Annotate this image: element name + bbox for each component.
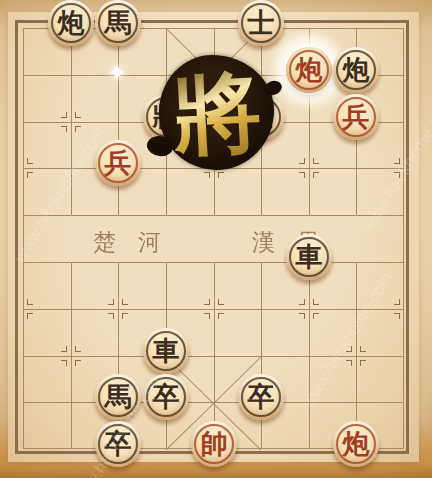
point-marker	[299, 172, 305, 178]
piece-character: 馬	[105, 9, 132, 36]
point-marker	[75, 126, 81, 132]
piece-black-soldier[interactable]: 卒	[95, 421, 141, 467]
piece-character: 卒	[248, 383, 275, 410]
piece-black-chariot[interactable]: 車	[286, 234, 332, 280]
point-marker	[75, 112, 81, 118]
point-marker	[61, 112, 67, 118]
piece-black-cannon[interactable]: 炮	[333, 47, 379, 93]
point-marker	[204, 299, 210, 305]
point-marker	[122, 299, 128, 305]
point-marker	[108, 313, 114, 319]
point-marker	[27, 299, 33, 305]
point-marker	[299, 313, 305, 319]
sparkle-effect: ✦	[107, 61, 127, 85]
piece-character: 兵	[105, 149, 132, 176]
point-marker	[394, 158, 400, 164]
point-marker	[394, 299, 400, 305]
piece-character: 兵	[343, 103, 370, 130]
piece-black-cannon[interactable]: 炮	[48, 0, 94, 46]
check-banner-character: 將	[170, 66, 262, 158]
point-marker	[313, 313, 319, 319]
point-marker	[204, 172, 210, 178]
point-marker	[313, 172, 319, 178]
point-marker	[75, 346, 81, 352]
board-cell	[23, 402, 71, 449]
piece-character: 車	[296, 243, 323, 270]
piece-character: 車	[153, 337, 180, 364]
point-marker	[61, 360, 67, 366]
piece-character: 馬	[105, 383, 132, 410]
piece-character: 士	[248, 9, 275, 36]
piece-red-soldier[interactable]: 兵	[95, 140, 141, 186]
piece-black-advisor[interactable]: 士	[238, 0, 284, 46]
point-marker	[299, 158, 305, 164]
piece-red-cannon[interactable]: 炮	[286, 47, 332, 93]
point-marker	[27, 158, 33, 164]
point-marker	[299, 299, 305, 305]
point-marker	[346, 360, 352, 366]
piece-black-chariot[interactable]: 車	[143, 328, 189, 374]
piece-black-soldier[interactable]: 卒	[238, 374, 284, 420]
point-marker	[394, 172, 400, 178]
point-marker	[218, 299, 224, 305]
point-marker	[75, 360, 81, 366]
point-marker	[218, 172, 224, 178]
point-marker	[346, 346, 352, 352]
check-banner-ink-stamp: 將	[159, 55, 274, 170]
piece-character: 卒	[105, 430, 132, 457]
piece-character: 炮	[343, 430, 370, 457]
point-marker	[27, 172, 33, 178]
point-marker	[61, 346, 67, 352]
xiangqi-game-screen: 楚河 漢界 炮馬士炮炮將士兵兵車車馬卒卒卒帥炮 將 ✦ www.hackhome…	[0, 0, 432, 478]
point-marker	[313, 158, 319, 164]
point-marker	[61, 126, 67, 132]
piece-black-horse[interactable]: 馬	[95, 374, 141, 420]
point-marker	[27, 313, 33, 319]
piece-black-soldier[interactable]: 卒	[143, 374, 189, 420]
piece-character: 炮	[296, 56, 323, 83]
point-marker	[313, 299, 319, 305]
piece-black-horse[interactable]: 馬	[95, 0, 141, 46]
point-marker	[204, 313, 210, 319]
board-cell	[356, 215, 404, 262]
piece-character: 帥	[201, 430, 228, 457]
river-label-left: 楚河	[93, 227, 183, 258]
point-marker	[360, 346, 366, 352]
piece-red-soldier[interactable]: 兵	[333, 94, 379, 140]
piece-red-king[interactable]: 帥	[191, 421, 237, 467]
point-marker	[122, 313, 128, 319]
point-marker	[108, 299, 114, 305]
point-marker	[394, 313, 400, 319]
point-marker	[360, 360, 366, 366]
piece-character: 炮	[58, 9, 85, 36]
point-marker	[218, 313, 224, 319]
piece-red-cannon[interactable]: 炮	[333, 421, 379, 467]
piece-character: 炮	[343, 56, 370, 83]
piece-character: 卒	[153, 383, 180, 410]
board-cell	[23, 215, 71, 262]
